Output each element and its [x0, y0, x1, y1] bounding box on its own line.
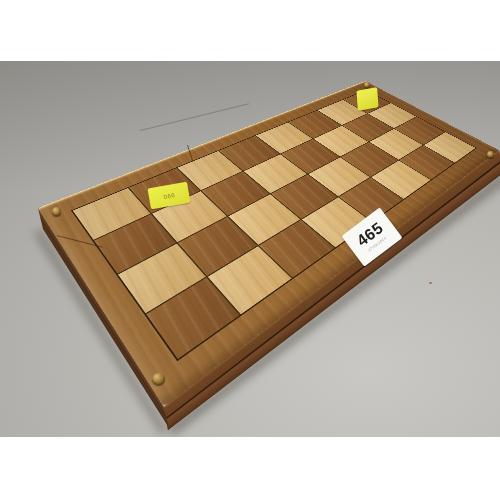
lot-number: 465 [354, 220, 386, 250]
price-sticker-text: 990 [163, 192, 175, 200]
yellow-corner-sticker [356, 87, 378, 111]
brass-screw [52, 207, 61, 216]
brass-screw [487, 151, 494, 158]
photo-frame: 990 465 27/09/2024 [0, 0, 500, 500]
photo-background: 990 465 27/09/2024 [0, 61, 500, 437]
brass-screw [364, 82, 370, 88]
brass-screw [152, 373, 165, 385]
dust-speck [429, 282, 432, 284]
